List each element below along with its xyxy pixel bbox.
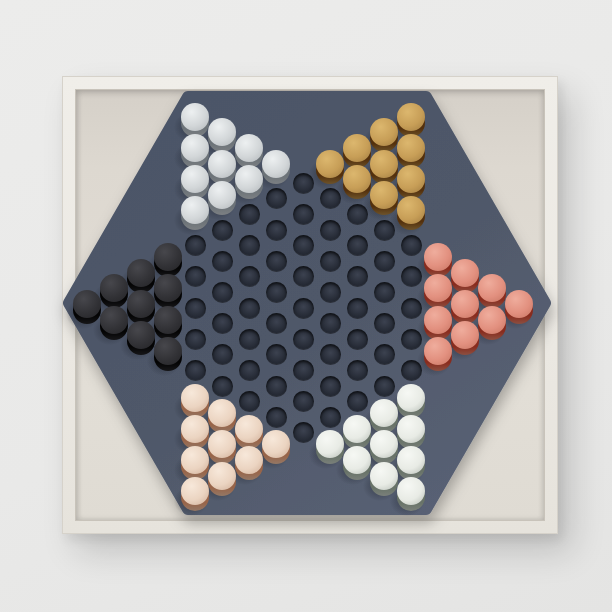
board-hole[interactable] xyxy=(239,360,260,381)
board-hole[interactable] xyxy=(266,313,287,334)
board-hole[interactable] xyxy=(212,251,233,272)
board-hole[interactable] xyxy=(374,251,395,272)
peg-top-face xyxy=(397,384,425,412)
peg-top-face xyxy=(181,134,209,162)
peg-top-face xyxy=(370,399,398,427)
peg-silver[interactable] xyxy=(235,165,263,199)
peg-top-face xyxy=(370,150,398,178)
board-hole[interactable] xyxy=(185,266,206,287)
peg-top-face xyxy=(127,290,155,318)
board-hole[interactable] xyxy=(293,298,314,319)
peg-top-face xyxy=(316,150,344,178)
board-hole[interactable] xyxy=(266,188,287,209)
board-hole[interactable] xyxy=(293,391,314,412)
peg-top-face xyxy=(451,290,479,318)
board-hole[interactable] xyxy=(212,313,233,334)
peg-top-face xyxy=(208,150,236,178)
peg-top-face xyxy=(343,415,371,443)
board-hole[interactable] xyxy=(293,422,314,443)
peg-top-face xyxy=(208,181,236,209)
board-hole[interactable] xyxy=(212,220,233,241)
peg-gold[interactable] xyxy=(397,103,425,137)
peg-top-face xyxy=(181,384,209,412)
board-hole[interactable] xyxy=(374,282,395,303)
peg-gold[interactable] xyxy=(397,165,425,199)
peg-silver[interactable] xyxy=(208,181,236,215)
peg-gold[interactable] xyxy=(397,196,425,230)
board-hole[interactable] xyxy=(266,220,287,241)
board-hole[interactable] xyxy=(347,329,368,350)
board-hole[interactable] xyxy=(320,407,341,428)
peg-top-face xyxy=(343,446,371,474)
board-hole[interactable] xyxy=(401,235,422,256)
board-hole[interactable] xyxy=(239,298,260,319)
peg-top-face xyxy=(397,134,425,162)
peg-top-face xyxy=(424,306,452,334)
board-hole[interactable] xyxy=(239,235,260,256)
board-hole[interactable] xyxy=(185,235,206,256)
peg-top-face xyxy=(478,306,506,334)
peg-top-face xyxy=(343,134,371,162)
board-hole[interactable] xyxy=(320,251,341,272)
peg-top-face xyxy=(370,181,398,209)
board-hole[interactable] xyxy=(320,344,341,365)
board-hole[interactable] xyxy=(374,313,395,334)
peg-top-face xyxy=(154,306,182,334)
board-hole[interactable] xyxy=(212,282,233,303)
board-hole[interactable] xyxy=(347,298,368,319)
board-hole[interactable] xyxy=(320,376,341,397)
board-hole[interactable] xyxy=(293,329,314,350)
peg-top-face xyxy=(397,415,425,443)
peg-top-face xyxy=(397,477,425,505)
peg-top-face xyxy=(127,321,155,349)
peg-top-face xyxy=(181,165,209,193)
board-hole[interactable] xyxy=(266,407,287,428)
peg-top-face xyxy=(451,321,479,349)
peg-top-face xyxy=(424,243,452,271)
peg-mint[interactable] xyxy=(397,477,425,511)
peg-top-face xyxy=(262,150,290,178)
peg-top-face xyxy=(235,165,263,193)
peg-top-face xyxy=(208,462,236,490)
peg-black[interactable] xyxy=(154,243,182,277)
board-hole[interactable] xyxy=(374,344,395,365)
peg-blush[interactable] xyxy=(235,446,263,480)
peg-top-face xyxy=(154,337,182,365)
peg-top-face xyxy=(397,103,425,131)
board-hole[interactable] xyxy=(185,298,206,319)
peg-gold[interactable] xyxy=(397,134,425,168)
peg-top-face xyxy=(235,134,263,162)
peg-coral[interactable] xyxy=(505,290,533,324)
board-hole[interactable] xyxy=(320,220,341,241)
peg-top-face xyxy=(397,446,425,474)
peg-black[interactable] xyxy=(154,274,182,308)
peg-top-face xyxy=(397,165,425,193)
peg-mint[interactable] xyxy=(397,384,425,418)
peg-blush[interactable] xyxy=(181,477,209,511)
board-hole[interactable] xyxy=(185,329,206,350)
peg-mint[interactable] xyxy=(397,415,425,449)
board-hole[interactable] xyxy=(266,251,287,272)
peg-top-face xyxy=(181,415,209,443)
peg-top-face xyxy=(235,415,263,443)
peg-top-face xyxy=(208,399,236,427)
photo-scene xyxy=(0,0,612,612)
board-hole[interactable] xyxy=(212,376,233,397)
peg-top-face xyxy=(100,306,128,334)
peg-silver[interactable] xyxy=(262,150,290,184)
board-hole[interactable] xyxy=(239,391,260,412)
board-hole[interactable] xyxy=(320,313,341,334)
peg-mint[interactable] xyxy=(397,446,425,480)
board-hole[interactable] xyxy=(347,391,368,412)
peg-blush[interactable] xyxy=(208,462,236,496)
peg-black[interactable] xyxy=(154,337,182,371)
peg-top-face xyxy=(235,446,263,474)
board-hole[interactable] xyxy=(266,376,287,397)
board-hole[interactable] xyxy=(347,235,368,256)
board-hole[interactable] xyxy=(239,204,260,225)
board-hole[interactable] xyxy=(347,360,368,381)
peg-top-face xyxy=(127,259,155,287)
peg-top-face xyxy=(181,103,209,131)
peg-top-face xyxy=(505,290,533,318)
peg-silver[interactable] xyxy=(181,196,209,230)
board-hole[interactable] xyxy=(185,360,206,381)
peg-top-face xyxy=(73,290,101,318)
board-hole[interactable] xyxy=(266,344,287,365)
peg-coral[interactable] xyxy=(451,321,479,355)
peg-top-face xyxy=(181,446,209,474)
board-hole[interactable] xyxy=(320,282,341,303)
peg-top-face xyxy=(343,165,371,193)
peg-blush[interactable] xyxy=(262,430,290,464)
board-hole[interactable] xyxy=(293,266,314,287)
peg-top-face xyxy=(181,477,209,505)
peg-coral[interactable] xyxy=(424,337,452,371)
peg-top-face xyxy=(451,259,479,287)
peg-black[interactable] xyxy=(154,306,182,340)
board-hole[interactable] xyxy=(293,360,314,381)
peg-coral[interactable] xyxy=(478,306,506,340)
board-hole[interactable] xyxy=(266,282,287,303)
board-hole[interactable] xyxy=(293,204,314,225)
board-hole[interactable] xyxy=(239,266,260,287)
board-hole[interactable] xyxy=(374,376,395,397)
peg-top-face xyxy=(424,337,452,365)
board-hole[interactable] xyxy=(293,235,314,256)
board-hole[interactable] xyxy=(239,329,260,350)
board-hole[interactable] xyxy=(212,344,233,365)
board-hole[interactable] xyxy=(347,266,368,287)
peg-top-face xyxy=(154,243,182,271)
peg-top-face xyxy=(370,462,398,490)
